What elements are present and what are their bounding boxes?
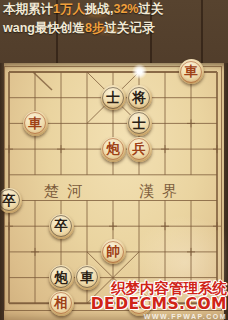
record-holder-text: wang最快创造8步过关记录 xyxy=(3,19,163,38)
app-screen: 本期累计1万人挑战,32%过关 wang最快创造8步过关记录 xyxy=(0,0,228,320)
piece-label: 士 xyxy=(132,116,146,130)
challenge-banner: 本期累计1万人挑战,32%过关 wang最快创造8步过关记录 xyxy=(3,0,163,38)
watermark-dedecms: DEDECMS.COM xyxy=(91,297,227,313)
piece-red-車[interactable]: 車 xyxy=(179,59,204,84)
piece-red-炮[interactable]: 炮 xyxy=(101,137,126,162)
watermark-chinese: 织梦内容管理系统 xyxy=(91,281,227,296)
banner-text-segment: 本期累计 xyxy=(3,2,53,16)
piece-red-帥[interactable]: 帥 xyxy=(101,239,126,264)
piece-label: 車 xyxy=(28,116,42,130)
watermark-url: WWW.FPWAP.COM xyxy=(91,313,227,320)
banner-text-segment: 1万人 xyxy=(53,2,85,16)
banner-text-segment: 过关 xyxy=(138,2,163,16)
piece-label: 兵 xyxy=(132,142,146,156)
piece-label: 相 xyxy=(54,296,68,310)
piece-black-将[interactable]: 将 xyxy=(127,85,152,110)
board-grid[interactable]: 車士将車士炮兵卒卒帥炮車相仕 xyxy=(0,59,228,316)
piece-label: 炮 xyxy=(106,142,120,156)
piece-black-士[interactable]: 士 xyxy=(127,111,152,136)
piece-label: 将 xyxy=(132,90,146,104)
piece-red-相[interactable]: 相 xyxy=(49,291,74,316)
piece-black-炮[interactable]: 炮 xyxy=(49,265,74,290)
piece-black-卒[interactable]: 卒 xyxy=(49,214,74,239)
banner-text-segment: wang最快创造 xyxy=(3,21,85,35)
piece-label: 卒 xyxy=(2,193,16,207)
banner-text-segment: 挑战, xyxy=(85,2,113,16)
piece-label: 士 xyxy=(106,90,120,104)
board-left-rail xyxy=(0,63,4,320)
banner-text-segment: 8步 xyxy=(85,21,104,35)
challenge-stats-text: 本期累计1万人挑战,32%过关 xyxy=(3,0,163,19)
piece-label: 卒 xyxy=(54,219,68,233)
piece-black-士[interactable]: 士 xyxy=(101,85,126,110)
move-highlight-sparkle xyxy=(132,64,147,79)
banner-text-segment: 32% xyxy=(113,2,138,16)
piece-red-車[interactable]: 車 xyxy=(23,111,48,136)
piece-label: 炮 xyxy=(54,270,68,284)
watermark: 织梦内容管理系统 DEDECMS.COM WWW.FPWAP.COM xyxy=(91,281,227,320)
banner-text-segment: 过关记录 xyxy=(104,21,154,35)
piece-red-兵[interactable]: 兵 xyxy=(127,137,152,162)
piece-label: 帥 xyxy=(106,245,120,259)
piece-label: 車 xyxy=(184,65,198,79)
